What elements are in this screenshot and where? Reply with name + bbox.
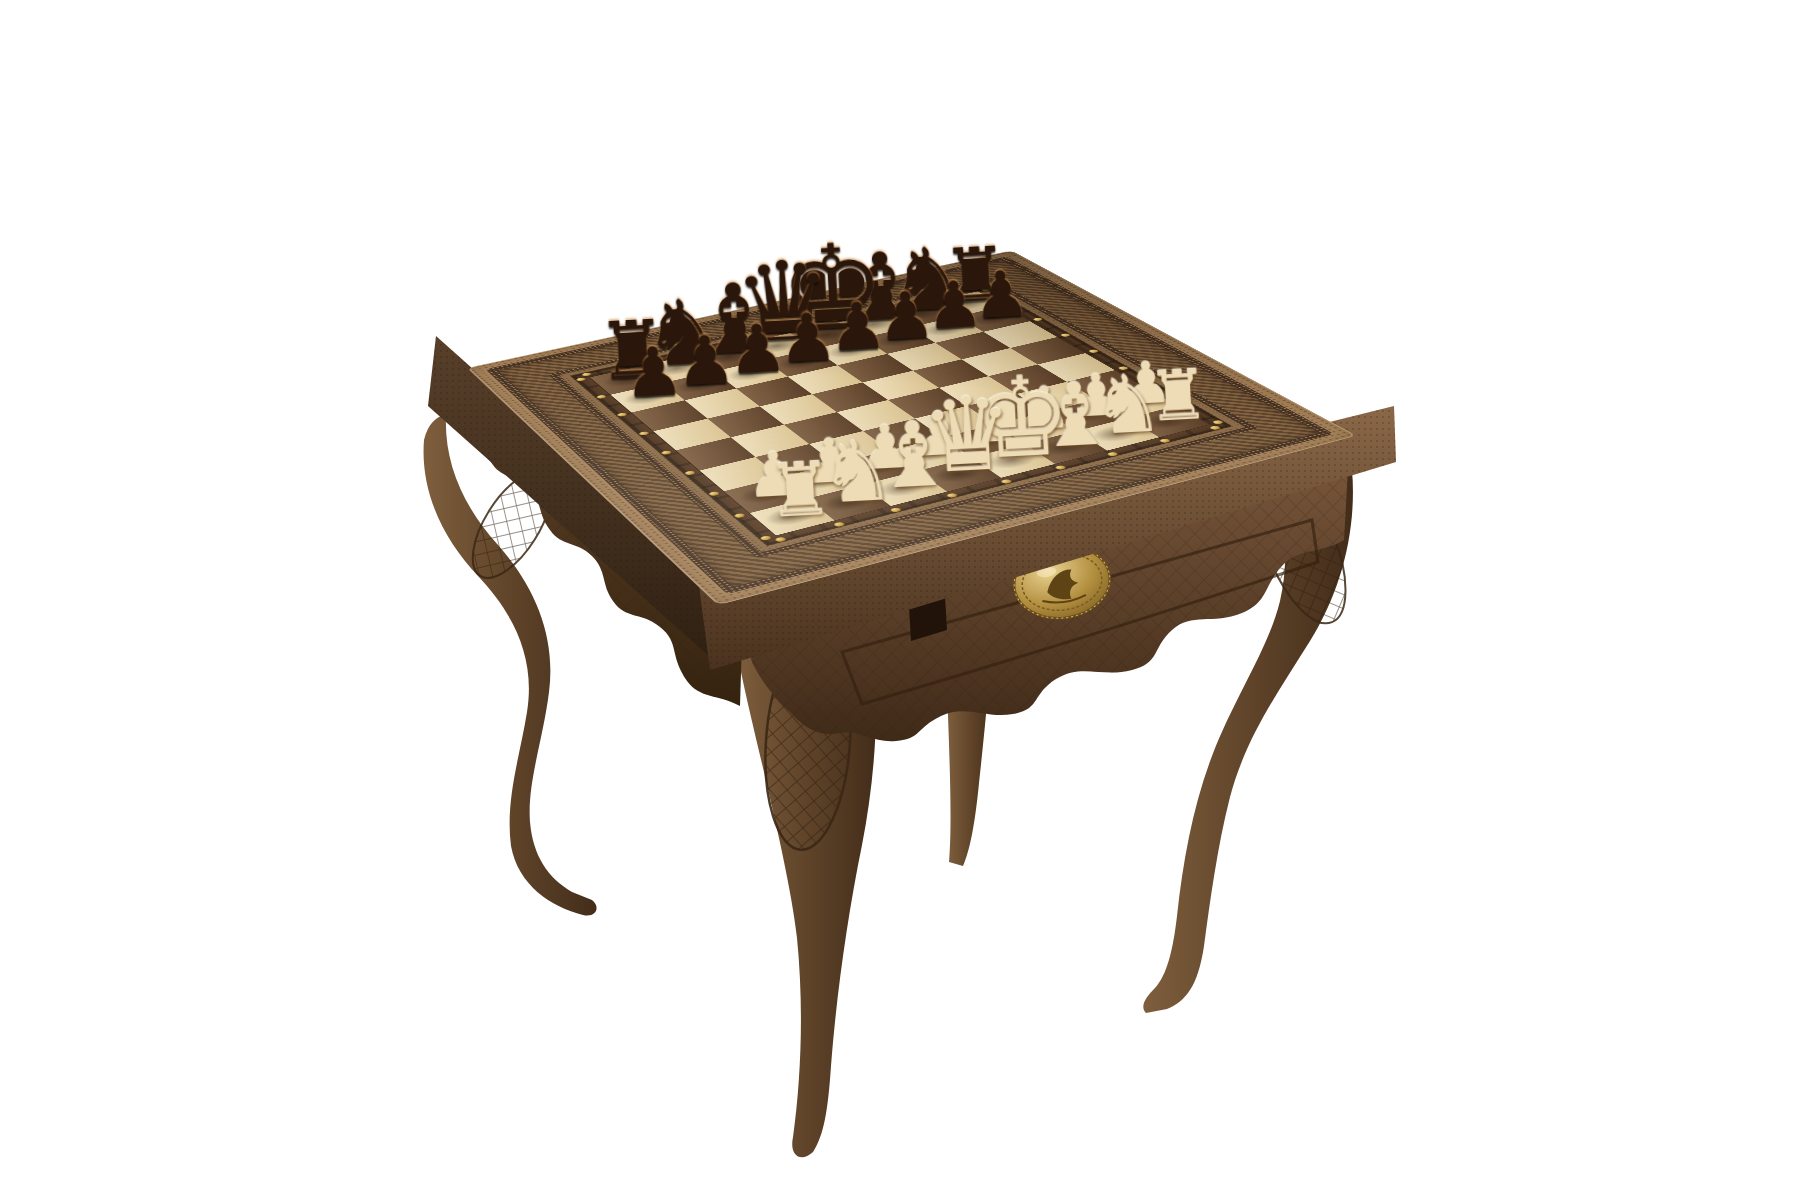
table-top-assembly: ♜♞♝♛♚♝♞♜♟♟♟♟♟♟♟♟♟♟♟♟♟♟♟♟♜♞♝♛♚♝♞♜: [0, 0, 1800, 1200]
white-rook-glyph: ♜: [709, 453, 891, 530]
chess-table-photo-stage: ♜♞♝♛♚♝♞♜♟♟♟♟♟♟♟♟♟♟♟♟♟♟♟♟♜♞♝♛♚♝♞♜: [0, 0, 1800, 1200]
tabletop: ♜♞♝♛♚♝♞♜♟♟♟♟♟♟♟♟♟♟♟♟♟♟♟♟♜♞♝♛♚♝♞♜: [467, 250, 1357, 605]
